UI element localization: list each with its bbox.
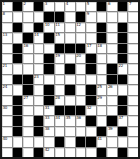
clue-number: 19 xyxy=(55,54,60,58)
crossword-cell-black xyxy=(13,75,23,84)
clue-number: 5 xyxy=(87,2,89,6)
crossword-cell-black xyxy=(118,33,128,42)
crossword-cell-white[interactable]: 36 xyxy=(76,116,86,125)
crossword-cell-black xyxy=(44,54,54,63)
crossword-cell-white[interactable] xyxy=(55,148,65,157)
crossword-cell-black xyxy=(34,127,44,136)
crossword-cell-white[interactable] xyxy=(2,116,12,125)
crossword-cell-white[interactable] xyxy=(128,96,138,105)
clue-number: 18 xyxy=(97,44,102,48)
clue-number: 6 xyxy=(108,2,110,6)
crossword-cell-white[interactable]: 20 xyxy=(76,54,86,63)
crossword-cell-white[interactable] xyxy=(34,96,44,105)
crossword-cell-white[interactable] xyxy=(128,148,138,157)
crossword-cell-black xyxy=(107,75,117,84)
crossword-cell-black xyxy=(76,12,86,21)
crossword-cell-white[interactable] xyxy=(23,64,33,73)
crossword-cell-white[interactable] xyxy=(2,44,12,53)
crossword-cell-white[interactable] xyxy=(128,54,138,63)
clue-number: 36 xyxy=(76,116,81,120)
crossword-cell-white[interactable] xyxy=(128,64,138,73)
clue-number: 3 xyxy=(45,2,47,6)
crossword-cell-white[interactable] xyxy=(76,33,86,42)
crossword-cell-black xyxy=(65,44,75,53)
crossword-cell-white[interactable] xyxy=(76,127,86,136)
crossword-cell-black xyxy=(13,54,23,63)
crossword-cell-white[interactable] xyxy=(2,148,12,157)
clue-number: 38 xyxy=(45,127,50,131)
crossword-cell-white[interactable]: 15 xyxy=(55,33,65,42)
crossword-cell-white[interactable] xyxy=(97,64,107,73)
crossword-cell-white[interactable] xyxy=(128,23,138,32)
crossword-cell-black xyxy=(86,85,96,94)
clue-number: 27 xyxy=(24,96,29,100)
crossword-cell-white[interactable]: 24 xyxy=(2,85,12,94)
crossword-cell-black xyxy=(86,116,96,125)
crossword-cell-black xyxy=(55,12,65,21)
crossword-cell-white[interactable]: 19 xyxy=(55,54,65,63)
crossword-cell-white[interactable]: 42 xyxy=(44,148,54,157)
crossword-cell-black xyxy=(34,148,44,157)
crossword-cell-black xyxy=(86,54,96,63)
crossword-cell-white[interactable]: 22 xyxy=(118,64,128,73)
crossword-cell-white[interactable]: 4 xyxy=(65,2,75,11)
crossword-cell-white[interactable] xyxy=(23,23,33,32)
crossword-cell-black xyxy=(118,106,128,115)
crossword-cell-black xyxy=(44,64,54,73)
crossword-cell-white[interactable] xyxy=(55,127,65,136)
crossword-cell-black xyxy=(13,23,23,32)
crossword-cell-white[interactable] xyxy=(76,75,86,84)
clue-number: 42 xyxy=(45,148,50,152)
crossword-cell-white[interactable] xyxy=(13,64,23,73)
clue-number: 37 xyxy=(118,116,123,120)
clue-number: 24 xyxy=(3,85,8,89)
clue-number: 16 xyxy=(24,44,29,48)
crossword-cell-white[interactable] xyxy=(118,12,128,21)
crossword-cell-black xyxy=(55,137,65,146)
crossword-cell-white[interactable] xyxy=(2,75,12,84)
crossword-cell-white[interactable] xyxy=(128,137,138,146)
crossword-cell-white[interactable]: 2 xyxy=(23,2,33,11)
crossword-cell-black xyxy=(13,116,23,125)
crossword-cell-white[interactable] xyxy=(86,75,96,84)
crossword-cell-black xyxy=(118,23,128,32)
crossword-cell-white[interactable] xyxy=(55,75,65,84)
crossword-cell-black xyxy=(23,85,33,94)
crossword-cell-black xyxy=(76,137,86,146)
crossword-cell-white[interactable] xyxy=(55,64,65,73)
clue-number: 26 xyxy=(108,85,113,89)
crossword-cell-black xyxy=(44,33,54,42)
crossword-cell-white[interactable] xyxy=(107,96,117,105)
crossword-cell-black xyxy=(107,64,117,73)
crossword-cell-black xyxy=(44,12,54,21)
clue-number: 29 xyxy=(97,96,102,100)
crossword-cell-white[interactable] xyxy=(2,54,12,63)
crossword-cell-white[interactable] xyxy=(65,96,75,105)
crossword-cell-black xyxy=(76,44,86,53)
clue-number: 31 xyxy=(45,106,50,110)
crossword-cell-white[interactable] xyxy=(2,127,12,136)
crossword-cell-white[interactable]: 37 xyxy=(118,116,128,125)
crossword-cell-black xyxy=(97,148,107,157)
crossword-cell-black xyxy=(34,23,44,32)
crossword-cell-white[interactable] xyxy=(118,137,128,146)
crossword-cell-white[interactable] xyxy=(23,116,33,125)
clue-number: 33 xyxy=(45,116,50,120)
crossword-cell-white[interactable] xyxy=(107,54,117,63)
crossword-cell-white[interactable] xyxy=(107,23,117,32)
crossword-cell-white[interactable] xyxy=(97,116,107,125)
crossword-cell-white[interactable] xyxy=(107,148,117,157)
crossword-cell-white[interactable] xyxy=(65,137,75,146)
crossword-cell-white[interactable]: 25 xyxy=(97,85,107,94)
crossword-cell-white[interactable]: 14 xyxy=(34,33,44,42)
crossword-cell-white[interactable] xyxy=(128,33,138,42)
crossword-cell-black xyxy=(44,85,54,94)
crossword-cell-white[interactable] xyxy=(76,96,86,105)
crossword-cell-white[interactable] xyxy=(2,23,12,32)
crossword-cell-white[interactable] xyxy=(65,12,75,21)
crossword-cell-white[interactable] xyxy=(128,127,138,136)
clue-number: 14 xyxy=(34,33,39,37)
crossword-cell-black xyxy=(97,127,107,136)
clue-number: 2 xyxy=(24,2,26,6)
crossword-cell-white[interactable] xyxy=(13,33,23,42)
crossword-cell-white[interactable] xyxy=(118,85,128,94)
crossword-cell-white[interactable]: 26 xyxy=(107,85,117,94)
clue-number: 7 xyxy=(129,2,131,6)
crossword-cell-white[interactable] xyxy=(44,137,54,146)
crossword-cell-white[interactable]: 18 xyxy=(97,44,107,53)
crossword-cell-white[interactable] xyxy=(55,85,65,94)
clue-number: 30 xyxy=(3,106,8,110)
crossword-cell-white[interactable] xyxy=(76,148,86,157)
crossword-cell-white[interactable] xyxy=(76,64,86,73)
crossword-cell-white[interactable]: 28 xyxy=(55,96,65,105)
crossword-cell-black xyxy=(44,96,54,105)
crossword-cell-white[interactable]: 8 xyxy=(2,12,12,21)
crossword-cell-white[interactable] xyxy=(65,127,75,136)
crossword-cell-white[interactable] xyxy=(76,85,86,94)
crossword-cell-white[interactable]: 35 xyxy=(65,116,75,125)
crossword-cell-white[interactable] xyxy=(44,75,54,84)
crossword-cell-black xyxy=(76,106,86,115)
crossword-cell-white[interactable]: 17 xyxy=(86,44,96,53)
crossword-cell-black xyxy=(118,127,128,136)
crossword-cell-white[interactable] xyxy=(128,116,138,125)
crossword-cell-white[interactable]: 9 xyxy=(86,12,96,21)
crossword-cell-white[interactable] xyxy=(13,12,23,21)
crossword-cell-white[interactable] xyxy=(97,54,107,63)
crossword-cell-white[interactable] xyxy=(107,44,117,53)
crossword-cell-black xyxy=(97,23,107,32)
clue-number: 9 xyxy=(87,12,89,16)
clue-number: 39 xyxy=(108,127,113,131)
clue-number: 8 xyxy=(3,12,5,16)
crossword-cell-white[interactable] xyxy=(44,44,54,53)
crossword-cell-white[interactable] xyxy=(34,85,44,94)
crossword-cell-black xyxy=(86,137,96,146)
clue-number: 1 xyxy=(3,2,5,6)
clue-number: 34 xyxy=(55,116,60,120)
crossword-cell-black xyxy=(65,85,75,94)
crossword-cell-white[interactable]: 38 xyxy=(44,127,54,136)
crossword-cell-black xyxy=(13,148,23,157)
clue-number: 17 xyxy=(87,44,92,48)
clue-number: 15 xyxy=(55,33,60,37)
crossword-cell-white[interactable] xyxy=(128,106,138,115)
crossword-cell-black xyxy=(13,2,23,11)
crossword-cell-white[interactable] xyxy=(23,127,33,136)
crossword-cell-black xyxy=(86,96,96,105)
clue-number: 40 xyxy=(3,137,8,141)
crossword-cell-white[interactable] xyxy=(107,106,117,115)
crossword-cell-black xyxy=(118,96,128,105)
crossword-cell-white[interactable] xyxy=(107,12,117,21)
clue-number: 41 xyxy=(97,137,102,141)
crossword-cell-black xyxy=(118,2,128,11)
crossword-cell-white[interactable] xyxy=(86,33,96,42)
crossword-cell-white[interactable] xyxy=(65,33,75,42)
crossword-cell-white[interactable] xyxy=(23,12,33,21)
crossword-cell-white[interactable]: 27 xyxy=(23,96,33,105)
crossword-cell-black xyxy=(65,64,75,73)
crossword-cell-black xyxy=(97,33,107,42)
crossword-cell-white[interactable] xyxy=(65,148,75,157)
crossword-cell-white[interactable] xyxy=(34,106,44,115)
crossword-cell-white[interactable]: 41 xyxy=(97,137,107,146)
crossword-cell-black xyxy=(107,116,117,125)
crossword-cell-white[interactable]: 21 xyxy=(2,64,12,73)
crossword-cell-white[interactable]: 1 xyxy=(2,2,12,11)
crossword-cell-white[interactable]: 34 xyxy=(55,116,65,125)
crossword-cell-white[interactable]: 40 xyxy=(2,137,12,146)
crossword-cell-black xyxy=(86,64,96,73)
crossword-cell-white[interactable] xyxy=(97,75,107,84)
crossword-page: 1234567891011121314151617181920212223242… xyxy=(0,0,140,159)
clue-number: 32 xyxy=(87,106,92,110)
crossword-cell-white[interactable]: 11 xyxy=(55,23,65,32)
crossword-cell-white[interactable] xyxy=(34,64,44,73)
crossword-cell-white[interactable]: 31 xyxy=(44,106,54,115)
crossword-cell-white[interactable]: 10 xyxy=(44,23,54,32)
crossword-cell-white[interactable]: 23 xyxy=(34,75,44,84)
crossword-cell-white[interactable] xyxy=(86,148,96,157)
crossword-cell-white[interactable] xyxy=(34,137,44,146)
crossword-cell-white[interactable] xyxy=(23,137,33,146)
crossword-cell-white[interactable] xyxy=(13,137,23,146)
clue-number: 10 xyxy=(45,23,50,27)
crossword-cell-black xyxy=(55,44,65,53)
crossword-cell-white[interactable] xyxy=(76,2,86,11)
crossword-cell-white[interactable] xyxy=(128,75,138,84)
crossword-cell-white[interactable] xyxy=(34,44,44,53)
crossword-cell-white[interactable] xyxy=(65,23,75,32)
crossword-cell-black xyxy=(23,75,33,84)
crossword-grid: 1234567891011121314151617181920212223242… xyxy=(0,0,140,159)
clue-number: 21 xyxy=(3,64,8,68)
crossword-cell-white[interactable]: 39 xyxy=(107,127,117,136)
clue-number: 25 xyxy=(97,85,102,89)
crossword-cell-white[interactable]: 5 xyxy=(86,2,96,11)
crossword-cell-white[interactable]: 7 xyxy=(128,2,138,11)
crossword-cell-white[interactable]: 6 xyxy=(107,2,117,11)
clue-number: 20 xyxy=(76,54,81,58)
crossword-cell-white[interactable]: 13 xyxy=(2,33,12,42)
crossword-cell-white[interactable]: 29 xyxy=(97,96,107,105)
crossword-cell-white[interactable] xyxy=(128,85,138,94)
crossword-cell-black xyxy=(34,116,44,125)
crossword-cell-black xyxy=(118,54,128,63)
crossword-cell-white[interactable] xyxy=(86,127,96,136)
crossword-cell-white[interactable] xyxy=(65,54,75,63)
crossword-cell-white[interactable] xyxy=(34,54,44,63)
clue-number: 28 xyxy=(55,96,60,100)
crossword-cell-white[interactable] xyxy=(97,106,107,115)
crossword-cell-white[interactable] xyxy=(128,12,138,21)
clue-number: 23 xyxy=(34,75,39,79)
crossword-cell-white[interactable] xyxy=(107,137,117,146)
crossword-cell-black xyxy=(13,44,23,53)
crossword-cell-black xyxy=(13,127,23,136)
crossword-cell-white[interactable] xyxy=(128,44,138,53)
clue-number: 4 xyxy=(66,2,68,6)
crossword-cell-white[interactable] xyxy=(34,12,44,21)
clue-number: 22 xyxy=(118,64,123,68)
crossword-cell-white[interactable]: 3 xyxy=(44,2,54,11)
crossword-cell-white[interactable] xyxy=(55,2,65,11)
crossword-cell-white[interactable] xyxy=(23,54,33,63)
crossword-cell-black xyxy=(118,148,128,157)
crossword-cell-white[interactable]: 32 xyxy=(86,106,96,115)
crossword-cell-white[interactable]: 12 xyxy=(76,23,86,32)
clue-number: 35 xyxy=(66,116,71,120)
crossword-cell-black xyxy=(34,2,44,11)
crossword-cell-white[interactable]: 33 xyxy=(44,116,54,125)
crossword-cell-white[interactable]: 16 xyxy=(23,44,33,53)
crossword-cell-black xyxy=(23,33,33,42)
crossword-cell-black xyxy=(13,96,23,105)
crossword-cell-white[interactable] xyxy=(13,85,23,94)
crossword-cell-white[interactable] xyxy=(97,12,107,21)
clue-number: 13 xyxy=(3,33,8,37)
crossword-cell-white[interactable] xyxy=(2,96,12,105)
crossword-cell-white[interactable]: 30 xyxy=(2,106,12,115)
crossword-cell-white[interactable] xyxy=(86,23,96,32)
crossword-cell-white[interactable] xyxy=(23,148,33,157)
clue-number: 12 xyxy=(76,23,81,27)
crossword-cell-white[interactable] xyxy=(23,106,33,115)
crossword-cell-black xyxy=(118,75,128,84)
crossword-cell-black xyxy=(118,44,128,53)
crossword-cell-white[interactable] xyxy=(65,75,75,84)
crossword-cell-black xyxy=(55,106,65,115)
crossword-cell-black xyxy=(97,2,107,11)
crossword-cell-black xyxy=(65,106,75,115)
crossword-cell-white[interactable] xyxy=(107,33,117,42)
crossword-cell-black xyxy=(13,106,23,115)
clue-number: 11 xyxy=(55,23,60,27)
